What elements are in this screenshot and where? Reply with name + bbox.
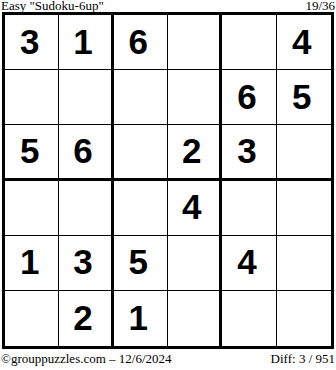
- cell-r5c1[interactable]: 1: [5, 236, 59, 291]
- cell-r1c3[interactable]: 6: [114, 15, 168, 70]
- given-digit: 1: [73, 24, 92, 59]
- given-digit: 3: [237, 133, 256, 168]
- given-digit: 3: [20, 24, 39, 59]
- cell-r6c5[interactable]: [222, 291, 276, 346]
- cell-r4c4[interactable]: 4: [168, 181, 222, 236]
- given-digit: 5: [129, 244, 148, 279]
- cell-r1c5[interactable]: [222, 15, 276, 70]
- puzzle-title: Easy "Sudoku-6up": [1, 0, 104, 12]
- given-digit: 6: [237, 79, 256, 114]
- given-digit: 4: [237, 244, 256, 279]
- sudoku-board: 31646556234135421: [2, 12, 334, 349]
- cell-r1c6[interactable]: 4: [277, 15, 331, 70]
- cell-r4c2[interactable]: [59, 181, 113, 236]
- cell-r2c1[interactable]: [5, 70, 59, 125]
- cell-r5c3[interactable]: 5: [114, 236, 168, 291]
- given-digit: 4: [292, 24, 311, 59]
- given-digit: 1: [129, 300, 148, 335]
- cell-r3c5[interactable]: 3: [222, 125, 276, 180]
- cell-r4c1[interactable]: [5, 181, 59, 236]
- cell-r4c6[interactable]: [277, 181, 331, 236]
- given-digit: 2: [73, 300, 92, 335]
- cell-r3c3[interactable]: [114, 125, 168, 180]
- cell-r5c4[interactable]: [168, 236, 222, 291]
- cell-r2c3[interactable]: [114, 70, 168, 125]
- cell-r6c3[interactable]: 1: [114, 291, 168, 346]
- copyright-text: ©grouppuzzles.com – 12/6/2024: [1, 351, 172, 366]
- cell-r2c4[interactable]: [168, 70, 222, 125]
- cell-r1c4[interactable]: [168, 15, 222, 70]
- cell-r1c1[interactable]: 3: [5, 15, 59, 70]
- cell-r2c2[interactable]: [59, 70, 113, 125]
- cell-r5c5[interactable]: 4: [222, 236, 276, 291]
- given-digit: 6: [73, 133, 92, 168]
- cell-r3c1[interactable]: 5: [5, 125, 59, 180]
- cell-r1c2[interactable]: 1: [59, 15, 113, 70]
- cell-r6c6[interactable]: [277, 291, 331, 346]
- progress-counter: 19/36: [305, 0, 335, 12]
- given-digit: 5: [20, 133, 39, 168]
- cell-r5c2[interactable]: 3: [59, 236, 113, 291]
- given-digit: 3: [73, 244, 92, 279]
- cell-r2c5[interactable]: 6: [222, 70, 276, 125]
- cell-r4c3[interactable]: [114, 181, 168, 236]
- cell-r3c6[interactable]: [277, 125, 331, 180]
- cell-r3c2[interactable]: 6: [59, 125, 113, 180]
- given-digit: 4: [182, 189, 201, 224]
- cell-r3c4[interactable]: 2: [168, 125, 222, 180]
- cell-r4c5[interactable]: [222, 181, 276, 236]
- given-digit: 6: [129, 24, 148, 59]
- given-digit: 1: [20, 244, 39, 279]
- cell-r5c6[interactable]: [277, 236, 331, 291]
- cell-r6c1[interactable]: [5, 291, 59, 346]
- cell-r6c4[interactable]: [168, 291, 222, 346]
- given-digit: 2: [182, 133, 201, 168]
- cell-r2c6[interactable]: 5: [277, 70, 331, 125]
- difficulty-text: Diff: 3 / 951: [271, 351, 335, 366]
- given-digit: 5: [292, 79, 311, 114]
- cell-r6c2[interactable]: 2: [59, 291, 113, 346]
